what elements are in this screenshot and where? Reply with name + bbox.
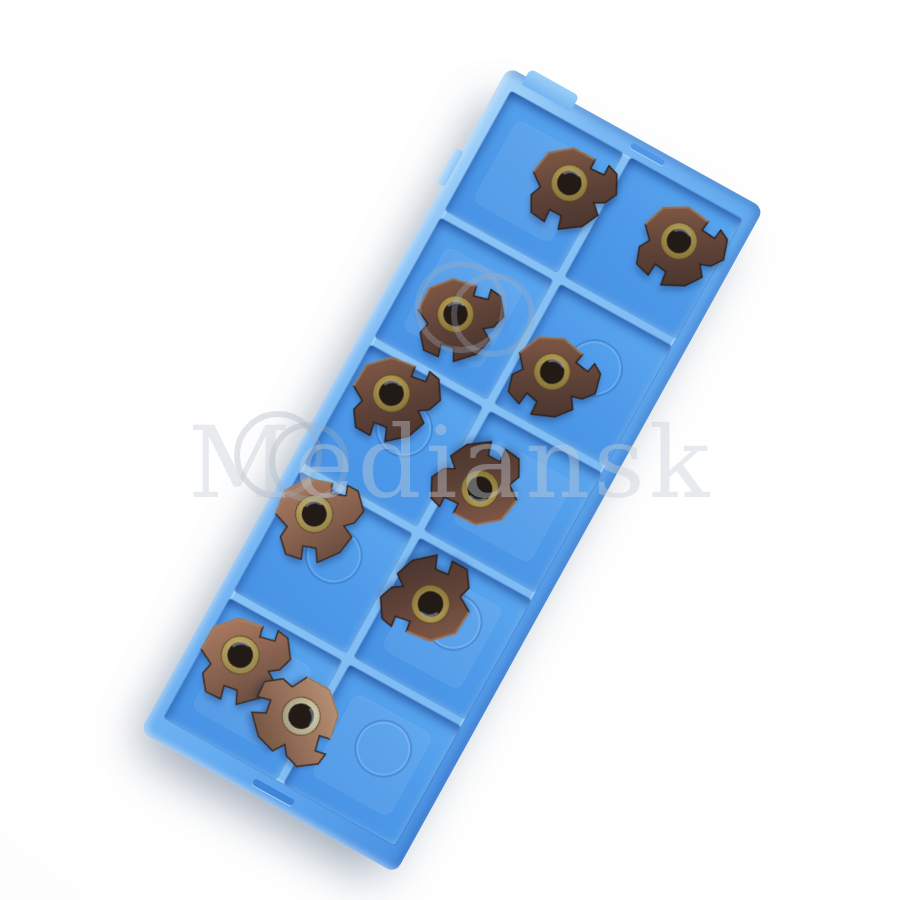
tray-clip-notch	[436, 147, 463, 186]
product-photo-scene: Mediansk	[0, 0, 900, 900]
insert-tray	[140, 67, 764, 873]
